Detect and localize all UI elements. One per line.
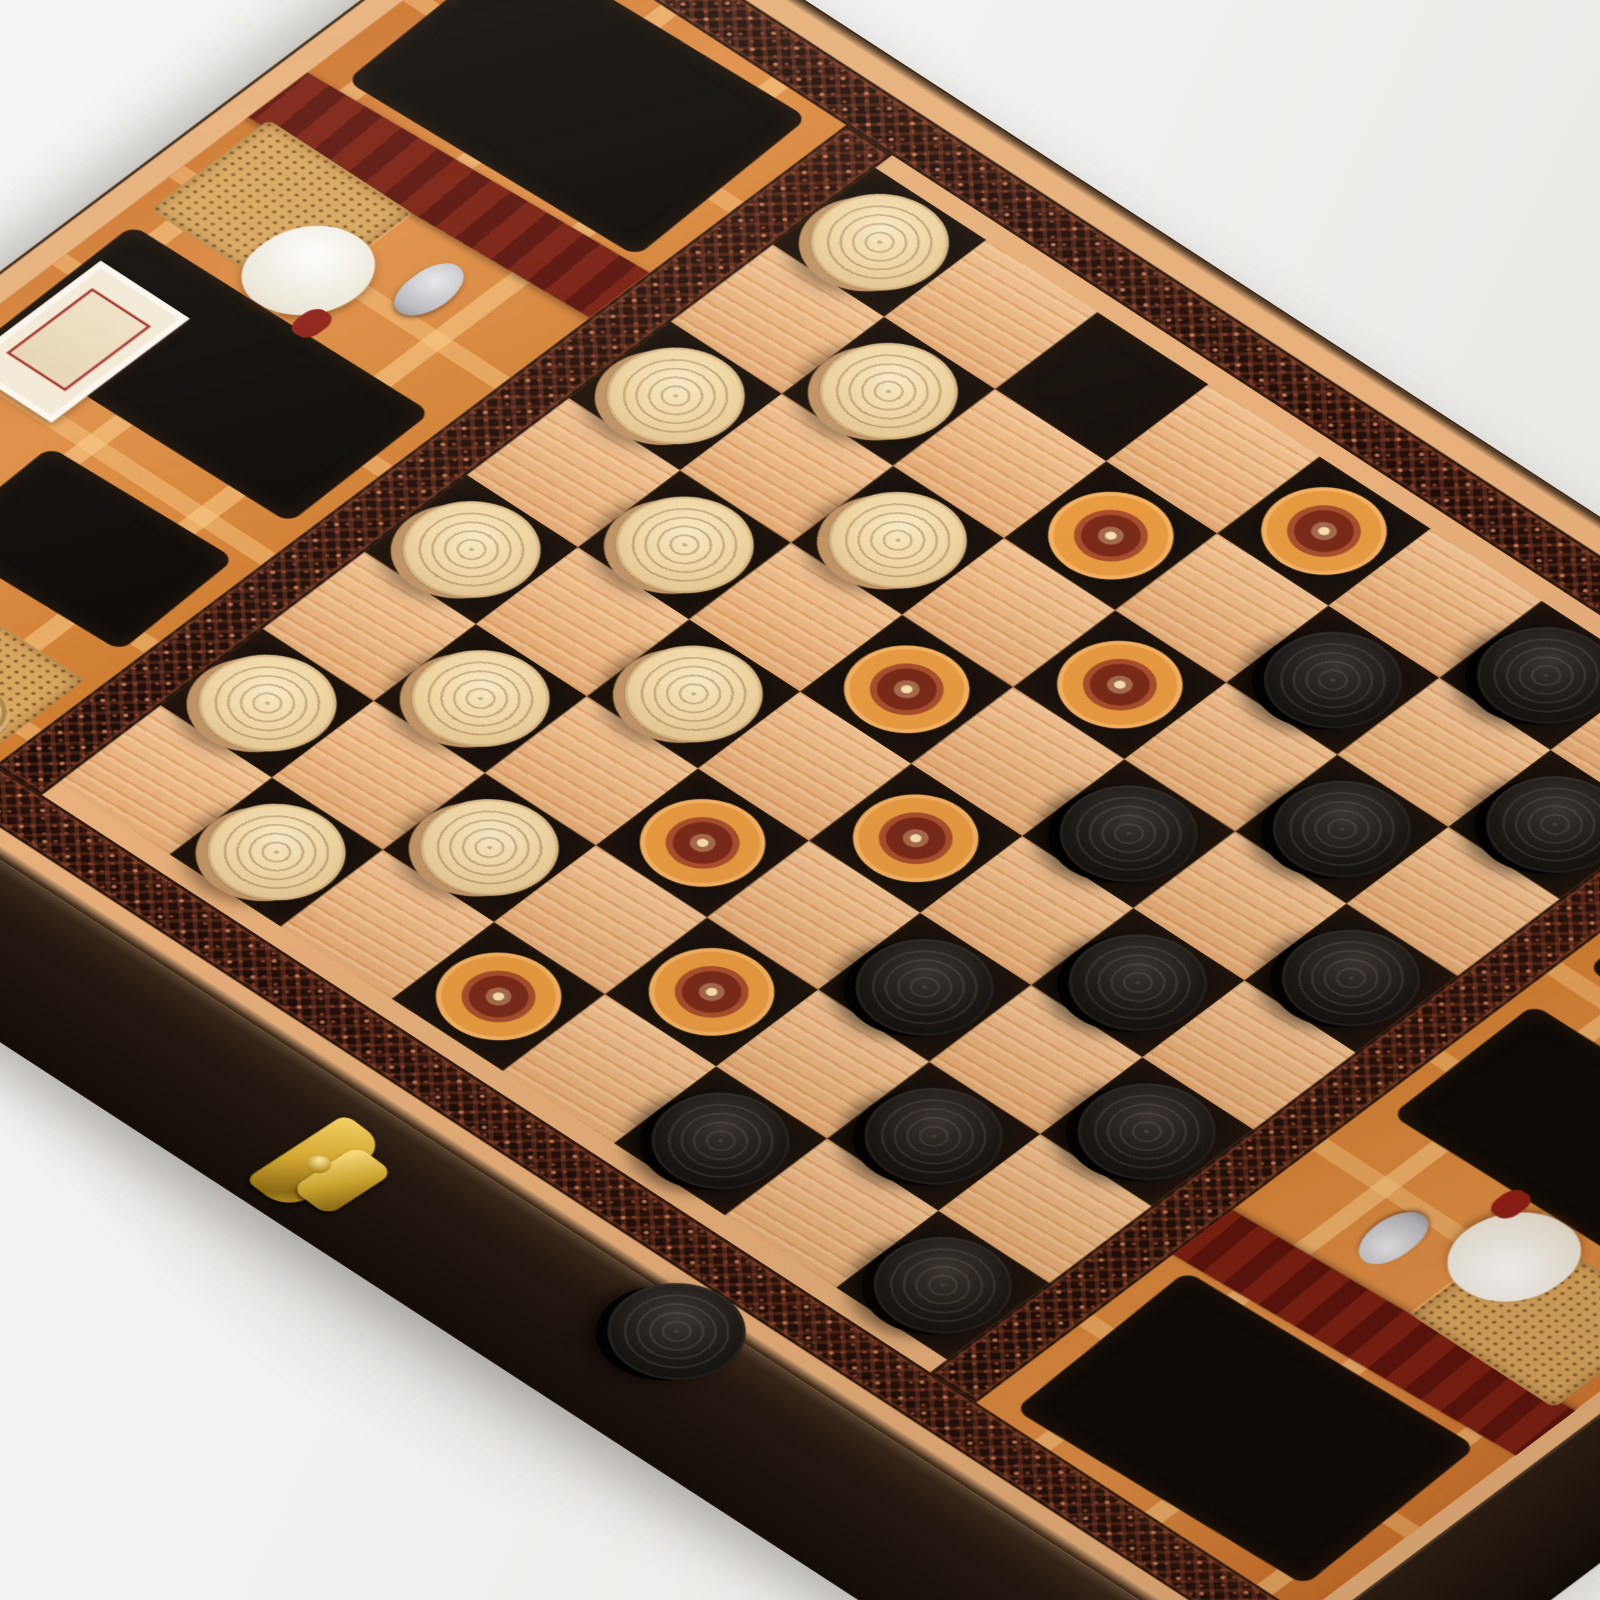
studio-scene [0,0,1600,1600]
